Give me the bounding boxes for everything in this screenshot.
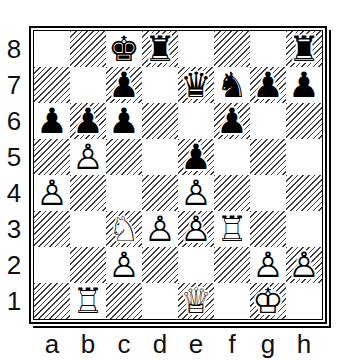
piece-glyph: ♟ <box>286 67 322 103</box>
piece-glyph: ♙ <box>34 175 70 211</box>
square-e7[interactable]: ♛♛ <box>178 67 214 103</box>
square-a8[interactable] <box>34 31 70 67</box>
square-e6[interactable] <box>178 103 214 139</box>
square-g7[interactable]: ♟♟ <box>250 67 286 103</box>
square-b8[interactable] <box>70 31 106 67</box>
black-pawn-icon[interactable]: ♟♟ <box>70 103 106 139</box>
square-f8[interactable] <box>214 31 250 67</box>
square-c3[interactable]: ♞♘ <box>106 211 142 247</box>
square-d7[interactable] <box>142 67 178 103</box>
chess-diagram: 87654321 ♚♚♜♜♜♜♟♟♛♛♞♞♟♟♟♟♟♟♟♟♟♟♟♟♟♙♟♟♟♙♟… <box>0 0 360 360</box>
square-f4[interactable] <box>214 175 250 211</box>
black-rook-icon[interactable]: ♜♜ <box>286 31 322 67</box>
square-f3[interactable]: ♜♖ <box>214 211 250 247</box>
square-c4[interactable] <box>106 175 142 211</box>
white-queen-icon[interactable]: ♛♕ <box>178 283 214 319</box>
piece-glyph: ♟ <box>70 103 106 139</box>
square-g8[interactable] <box>250 31 286 67</box>
square-h2[interactable]: ♟♙ <box>286 247 322 283</box>
square-h1[interactable] <box>286 283 322 319</box>
square-h4[interactable] <box>286 175 322 211</box>
white-pawn-icon[interactable]: ♟♙ <box>250 247 286 283</box>
square-h6[interactable] <box>286 103 322 139</box>
square-b3[interactable] <box>70 211 106 247</box>
piece-glyph: ♙ <box>178 211 214 247</box>
piece-glyph: ♚ <box>106 31 142 67</box>
white-pawn-icon[interactable]: ♟♙ <box>142 211 178 247</box>
white-pawn-icon[interactable]: ♟♙ <box>286 247 322 283</box>
square-d3[interactable]: ♟♙ <box>142 211 178 247</box>
square-h5[interactable] <box>286 139 322 175</box>
square-e5[interactable]: ♟♟ <box>178 139 214 175</box>
black-knight-icon[interactable]: ♞♞ <box>214 67 250 103</box>
square-a4[interactable]: ♟♙ <box>34 175 70 211</box>
square-e4[interactable]: ♟♙ <box>178 175 214 211</box>
rank-label-5: 5 <box>0 139 28 175</box>
piece-glyph: ♟ <box>106 103 142 139</box>
rank-label-3: 3 <box>0 211 28 247</box>
white-pawn-icon[interactable]: ♟♙ <box>70 139 106 175</box>
square-d4[interactable] <box>142 175 178 211</box>
black-pawn-icon[interactable]: ♟♟ <box>250 67 286 103</box>
square-d1[interactable] <box>142 283 178 319</box>
black-pawn-icon[interactable]: ♟♟ <box>214 103 250 139</box>
black-pawn-icon[interactable]: ♟♟ <box>106 103 142 139</box>
white-rook-icon[interactable]: ♜♖ <box>214 211 250 247</box>
square-a1[interactable] <box>34 283 70 319</box>
square-c6[interactable]: ♟♟ <box>106 103 142 139</box>
piece-glyph: ♙ <box>142 211 178 247</box>
square-e3[interactable]: ♟♙ <box>178 211 214 247</box>
piece-glyph: ♙ <box>106 247 142 283</box>
piece-glyph: ♙ <box>286 247 322 283</box>
white-king-icon[interactable]: ♚♔ <box>250 283 286 319</box>
square-b2[interactable] <box>70 247 106 283</box>
square-a5[interactable] <box>34 139 70 175</box>
square-g4[interactable] <box>250 175 286 211</box>
square-c8[interactable]: ♚♚ <box>106 31 142 67</box>
square-f1[interactable] <box>214 283 250 319</box>
piece-glyph: ♔ <box>250 283 286 319</box>
square-h3[interactable] <box>286 211 322 247</box>
file-label-a: a <box>34 329 70 359</box>
square-b7[interactable] <box>70 67 106 103</box>
file-label-b: b <box>70 329 106 359</box>
square-g5[interactable] <box>250 139 286 175</box>
board-frame: ♚♚♜♜♜♜♟♟♛♛♞♞♟♟♟♟♟♟♟♟♟♟♟♟♟♙♟♟♟♙♟♙♞♘♟♙♟♙♜♖… <box>29 26 327 324</box>
square-c5[interactable] <box>106 139 142 175</box>
rank-label-2: 2 <box>0 247 28 283</box>
black-pawn-icon[interactable]: ♟♟ <box>178 139 214 175</box>
square-b6[interactable]: ♟♟ <box>70 103 106 139</box>
rank-label-4: 4 <box>0 175 28 211</box>
square-d5[interactable] <box>142 139 178 175</box>
square-g2[interactable]: ♟♙ <box>250 247 286 283</box>
piece-glyph: ♟ <box>178 139 214 175</box>
square-c1[interactable] <box>106 283 142 319</box>
square-h7[interactable]: ♟♟ <box>286 67 322 103</box>
piece-glyph: ♕ <box>178 283 214 319</box>
file-label-g: g <box>250 329 286 359</box>
piece-glyph: ♞ <box>214 67 250 103</box>
piece-glyph: ♟ <box>106 67 142 103</box>
file-label-d: d <box>142 329 178 359</box>
piece-glyph: ♟ <box>250 67 286 103</box>
file-labels: abcdefgh <box>34 329 322 359</box>
white-rook-icon[interactable]: ♜♖ <box>70 283 106 319</box>
square-c7[interactable]: ♟♟ <box>106 67 142 103</box>
square-f2[interactable] <box>214 247 250 283</box>
white-pawn-icon[interactable]: ♟♙ <box>34 175 70 211</box>
piece-glyph: ♙ <box>250 247 286 283</box>
piece-glyph: ♙ <box>70 139 106 175</box>
piece-glyph: ♜ <box>286 31 322 67</box>
piece-glyph: ♙ <box>178 175 214 211</box>
piece-glyph: ♜ <box>142 31 178 67</box>
black-pawn-icon[interactable]: ♟♟ <box>286 67 322 103</box>
square-d6[interactable] <box>142 103 178 139</box>
square-g3[interactable] <box>250 211 286 247</box>
square-e1[interactable]: ♛♕ <box>178 283 214 319</box>
white-knight-icon[interactable]: ♞♘ <box>106 211 142 247</box>
file-label-e: e <box>178 329 214 359</box>
black-king-icon[interactable]: ♚♚ <box>106 31 142 67</box>
file-label-h: h <box>286 329 322 359</box>
square-f7[interactable]: ♞♞ <box>214 67 250 103</box>
square-h8[interactable]: ♜♜ <box>286 31 322 67</box>
rank-labels: 87654321 <box>0 31 28 319</box>
board-grid: ♚♚♜♜♜♜♟♟♛♛♞♞♟♟♟♟♟♟♟♟♟♟♟♟♟♙♟♟♟♙♟♙♞♘♟♙♟♙♜♖… <box>33 30 323 320</box>
square-b4[interactable] <box>70 175 106 211</box>
file-label-c: c <box>106 329 142 359</box>
square-a6[interactable]: ♟♟ <box>34 103 70 139</box>
square-b1[interactable]: ♜♖ <box>70 283 106 319</box>
black-pawn-icon[interactable]: ♟♟ <box>106 67 142 103</box>
white-pawn-icon[interactable]: ♟♙ <box>106 247 142 283</box>
square-f6[interactable]: ♟♟ <box>214 103 250 139</box>
piece-glyph: ♖ <box>214 211 250 247</box>
black-rook-icon[interactable]: ♜♜ <box>142 31 178 67</box>
white-pawn-icon[interactable]: ♟♙ <box>178 211 214 247</box>
piece-glyph: ♘ <box>106 211 142 247</box>
piece-glyph: ♖ <box>70 283 106 319</box>
rank-label-7: 7 <box>0 67 28 103</box>
square-g6[interactable] <box>250 103 286 139</box>
black-pawn-icon[interactable]: ♟♟ <box>34 103 70 139</box>
piece-glyph: ♛ <box>178 67 214 103</box>
square-d8[interactable]: ♜♜ <box>142 31 178 67</box>
rank-label-1: 1 <box>0 283 28 319</box>
square-f5[interactable] <box>214 139 250 175</box>
square-a2[interactable] <box>34 247 70 283</box>
black-queen-icon[interactable]: ♛♛ <box>178 67 214 103</box>
rank-label-8: 8 <box>0 31 28 67</box>
square-c2[interactable]: ♟♙ <box>106 247 142 283</box>
square-e8[interactable] <box>178 31 214 67</box>
piece-glyph: ♟ <box>214 103 250 139</box>
square-a7[interactable] <box>34 67 70 103</box>
square-e2[interactable] <box>178 247 214 283</box>
square-g1[interactable]: ♚♔ <box>250 283 286 319</box>
square-b5[interactable]: ♟♙ <box>70 139 106 175</box>
file-label-f: f <box>214 329 250 359</box>
rank-label-6: 6 <box>0 103 28 139</box>
square-a3[interactable] <box>34 211 70 247</box>
square-d2[interactable] <box>142 247 178 283</box>
white-pawn-icon[interactable]: ♟♙ <box>178 175 214 211</box>
piece-glyph: ♟ <box>34 103 70 139</box>
